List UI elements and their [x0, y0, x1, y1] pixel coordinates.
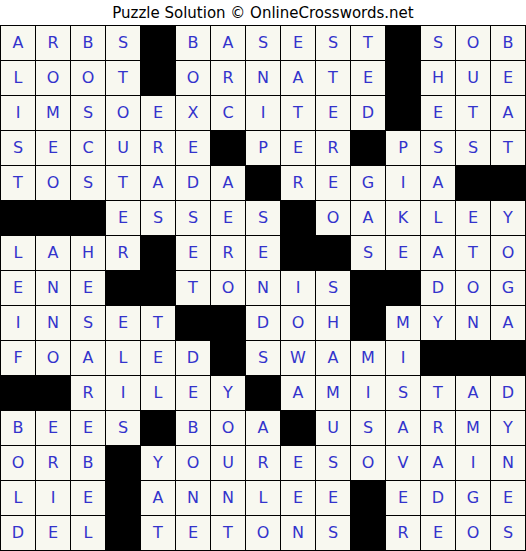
letter-cell: R	[421, 411, 455, 445]
letter-cell: O	[456, 26, 490, 60]
letter-cell: E	[71, 481, 105, 515]
letter-cell: E	[71, 271, 105, 305]
letter-cell: S	[71, 306, 105, 340]
letter-cell: E	[281, 131, 315, 165]
letter-cell: S	[456, 131, 490, 165]
letter-cell: H	[421, 61, 455, 95]
letter-cell: D	[176, 166, 210, 200]
letter-cell: U	[316, 411, 350, 445]
letter-cell: I	[1, 96, 35, 130]
black-cell	[106, 446, 140, 480]
letter-cell: D	[421, 481, 455, 515]
letter-cell: A	[281, 376, 315, 410]
letter-cell: G	[456, 481, 490, 515]
letter-cell: S	[246, 341, 280, 375]
letter-cell: S	[141, 201, 175, 235]
black-cell	[386, 26, 420, 60]
letter-cell: I	[106, 376, 140, 410]
letter-cell: U	[211, 446, 245, 480]
letter-cell: H	[316, 306, 350, 340]
letter-cell: F	[1, 341, 35, 375]
letter-cell: L	[246, 481, 280, 515]
letter-cell: A	[491, 96, 525, 130]
letter-cell: B	[71, 446, 105, 480]
letter-cell: I	[386, 341, 420, 375]
letter-cell: E	[491, 61, 525, 95]
black-cell	[281, 411, 315, 445]
letter-cell: P	[386, 131, 420, 165]
letter-cell: N	[456, 306, 490, 340]
letter-cell: M	[316, 376, 350, 410]
letter-cell: B	[176, 411, 210, 445]
black-cell	[211, 306, 245, 340]
letter-cell: Y	[491, 201, 525, 235]
letter-cell: N	[246, 271, 280, 305]
letter-cell: S	[491, 516, 525, 550]
letter-cell: D	[176, 341, 210, 375]
letter-cell: P	[246, 131, 280, 165]
black-cell	[421, 341, 455, 375]
letter-cell: M	[36, 96, 70, 130]
letter-cell: O	[36, 341, 70, 375]
letter-cell: H	[71, 236, 105, 270]
letter-cell: L	[1, 481, 35, 515]
black-cell	[281, 236, 315, 270]
letter-cell: O	[246, 516, 280, 550]
letter-cell: T	[281, 96, 315, 130]
letter-cell: A	[491, 306, 525, 340]
letter-cell: R	[246, 446, 280, 480]
letter-cell: I	[456, 446, 490, 480]
letter-cell: S	[351, 236, 385, 270]
letter-cell: T	[141, 306, 175, 340]
letter-cell: I	[1, 306, 35, 340]
letter-cell: E	[1, 271, 35, 305]
letter-cell: E	[421, 516, 455, 550]
letter-cell: E	[281, 26, 315, 60]
letter-cell: T	[106, 61, 140, 95]
letter-cell: A	[36, 236, 70, 270]
letter-cell: A	[421, 166, 455, 200]
letter-cell: C	[211, 96, 245, 130]
letter-cell: E	[141, 96, 175, 130]
letter-cell: D	[351, 96, 385, 130]
crossword-grid: ARBSBASESTSOBLOOTORNATEHUEIMSOEXCITEDETA…	[0, 25, 526, 551]
letter-cell: L	[71, 516, 105, 550]
letter-cell: E	[456, 201, 490, 235]
black-cell	[141, 271, 175, 305]
letter-cell: S	[421, 26, 455, 60]
letter-cell: E	[36, 411, 70, 445]
black-cell	[246, 376, 280, 410]
letter-cell: E	[176, 236, 210, 270]
letter-cell: S	[316, 446, 350, 480]
letter-cell: E	[281, 446, 315, 480]
letter-cell: O	[176, 61, 210, 95]
letter-cell: B	[176, 26, 210, 60]
letter-cell: T	[316, 61, 350, 95]
letter-cell: N	[36, 306, 70, 340]
letter-cell: T	[351, 26, 385, 60]
letter-cell: S	[386, 376, 420, 410]
letter-cell: E	[36, 516, 70, 550]
letter-cell: O	[36, 61, 70, 95]
letter-cell: O	[211, 411, 245, 445]
letter-cell: E	[176, 131, 210, 165]
black-cell	[36, 376, 70, 410]
letter-cell: S	[246, 201, 280, 235]
black-cell	[351, 271, 385, 305]
letter-cell: L	[421, 201, 455, 235]
letter-cell: N	[211, 481, 245, 515]
letter-cell: D	[421, 271, 455, 305]
letter-cell: E	[281, 481, 315, 515]
letter-cell: A	[456, 376, 490, 410]
letter-cell: A	[1, 26, 35, 60]
letter-cell: A	[421, 236, 455, 270]
letter-cell: V	[386, 446, 420, 480]
letter-cell: L	[1, 236, 35, 270]
letter-cell: O	[36, 166, 70, 200]
black-cell	[386, 271, 420, 305]
letter-cell: N	[176, 481, 210, 515]
black-cell	[1, 376, 35, 410]
letter-cell: S	[316, 26, 350, 60]
letter-cell: O	[211, 271, 245, 305]
black-cell	[141, 236, 175, 270]
letter-cell: E	[386, 236, 420, 270]
letter-cell: S	[176, 201, 210, 235]
black-cell	[491, 166, 525, 200]
black-cell	[1, 201, 35, 235]
letter-cell: X	[176, 96, 210, 130]
letter-cell: G	[491, 271, 525, 305]
letter-cell: N	[246, 61, 280, 95]
letter-cell: E	[106, 306, 140, 340]
letter-cell: O	[176, 446, 210, 480]
letter-cell: E	[351, 61, 385, 95]
black-cell	[141, 411, 175, 445]
letter-cell: A	[281, 61, 315, 95]
letter-cell: T	[456, 96, 490, 130]
letter-cell: N	[491, 446, 525, 480]
letter-cell: N	[36, 271, 70, 305]
letter-cell: R	[386, 516, 420, 550]
letter-cell: I	[351, 376, 385, 410]
letter-cell: A	[246, 411, 280, 445]
letter-cell: Y	[141, 446, 175, 480]
black-cell	[351, 131, 385, 165]
letter-cell: R	[141, 131, 175, 165]
letter-cell: T	[211, 516, 245, 550]
letter-cell: E	[316, 166, 350, 200]
letter-cell: S	[246, 26, 280, 60]
letter-cell: T	[421, 376, 455, 410]
letter-cell: R	[211, 236, 245, 270]
letter-cell: S	[106, 26, 140, 60]
black-cell	[351, 516, 385, 550]
letter-cell: T	[141, 516, 175, 550]
letter-cell: A	[316, 341, 350, 375]
letter-cell: O	[456, 271, 490, 305]
black-cell	[106, 516, 140, 550]
letter-cell: E	[71, 411, 105, 445]
letter-cell: O	[106, 96, 140, 130]
black-cell	[316, 236, 350, 270]
letter-cell: R	[211, 61, 245, 95]
letter-cell: E	[386, 481, 420, 515]
letter-cell: E	[106, 201, 140, 235]
black-cell	[491, 341, 525, 375]
letter-cell: S	[71, 166, 105, 200]
letter-cell: R	[36, 446, 70, 480]
letter-cell: I	[246, 96, 280, 130]
letter-cell: A	[211, 26, 245, 60]
letter-cell: S	[106, 411, 140, 445]
letter-cell: E	[176, 376, 210, 410]
letter-cell: U	[106, 131, 140, 165]
letter-cell: I	[281, 271, 315, 305]
black-cell	[281, 201, 315, 235]
letter-cell: S	[351, 411, 385, 445]
letter-cell: B	[1, 411, 35, 445]
black-cell	[141, 61, 175, 95]
black-cell	[211, 341, 245, 375]
letter-cell: A	[141, 481, 175, 515]
letter-cell: M	[386, 306, 420, 340]
black-cell	[246, 166, 280, 200]
letter-cell: O	[281, 306, 315, 340]
letter-cell: O	[456, 516, 490, 550]
letter-cell: A	[141, 166, 175, 200]
letter-cell: S	[316, 271, 350, 305]
letter-cell: A	[351, 201, 385, 235]
letter-cell: A	[211, 166, 245, 200]
letter-cell: R	[71, 376, 105, 410]
letter-cell: G	[351, 166, 385, 200]
page-title: Puzzle Solution © OnlineCrosswords.net	[0, 0, 526, 25]
letter-cell: S	[71, 96, 105, 130]
letter-cell: B	[491, 26, 525, 60]
letter-cell: L	[141, 376, 175, 410]
letter-cell: I	[386, 166, 420, 200]
letter-cell: E	[36, 131, 70, 165]
letter-cell: D	[491, 376, 525, 410]
letter-cell: E	[246, 236, 280, 270]
letter-cell: R	[106, 236, 140, 270]
black-cell	[386, 61, 420, 95]
letter-cell: R	[281, 166, 315, 200]
letter-cell: E	[421, 96, 455, 130]
letter-cell: D	[1, 516, 35, 550]
letter-cell: A	[386, 411, 420, 445]
letter-cell: S	[421, 131, 455, 165]
letter-cell: E	[211, 201, 245, 235]
letter-cell: U	[456, 61, 490, 95]
letter-cell: T	[176, 271, 210, 305]
letter-cell: S	[316, 516, 350, 550]
letter-cell: O	[491, 236, 525, 270]
letter-cell: Y	[421, 306, 455, 340]
black-cell	[141, 26, 175, 60]
letter-cell: O	[316, 201, 350, 235]
letter-cell: D	[246, 306, 280, 340]
letter-cell: M	[456, 411, 490, 445]
black-cell	[386, 96, 420, 130]
letter-cell: W	[281, 341, 315, 375]
black-cell	[456, 341, 490, 375]
letter-cell: T	[456, 236, 490, 270]
letter-cell: B	[71, 26, 105, 60]
letter-cell: Y	[491, 411, 525, 445]
letter-cell: E	[316, 481, 350, 515]
letter-cell: S	[1, 131, 35, 165]
letter-cell: E	[176, 516, 210, 550]
letter-cell: R	[316, 131, 350, 165]
black-cell	[36, 201, 70, 235]
letter-cell: A	[421, 446, 455, 480]
puzzle-solution-page: Puzzle Solution © OnlineCrosswords.net A…	[0, 0, 526, 551]
black-cell	[351, 306, 385, 340]
letter-cell: O	[71, 61, 105, 95]
letter-cell: M	[351, 341, 385, 375]
letter-cell: O	[1, 446, 35, 480]
letter-cell: E	[141, 341, 175, 375]
letter-cell: E	[491, 481, 525, 515]
letter-cell: R	[36, 26, 70, 60]
letter-cell: C	[71, 131, 105, 165]
letter-cell: K	[386, 201, 420, 235]
black-cell	[106, 271, 140, 305]
letter-cell: I	[36, 481, 70, 515]
letter-cell: O	[351, 446, 385, 480]
black-cell	[71, 201, 105, 235]
letter-cell: T	[1, 166, 35, 200]
letter-cell: Y	[211, 376, 245, 410]
letter-cell: E	[316, 96, 350, 130]
letter-cell: L	[106, 341, 140, 375]
letter-cell: T	[106, 166, 140, 200]
letter-cell: T	[491, 131, 525, 165]
black-cell	[176, 306, 210, 340]
black-cell	[211, 131, 245, 165]
black-cell	[106, 481, 140, 515]
letter-cell: A	[71, 341, 105, 375]
letter-cell: N	[281, 516, 315, 550]
black-cell	[456, 166, 490, 200]
black-cell	[351, 481, 385, 515]
letter-cell: L	[1, 61, 35, 95]
